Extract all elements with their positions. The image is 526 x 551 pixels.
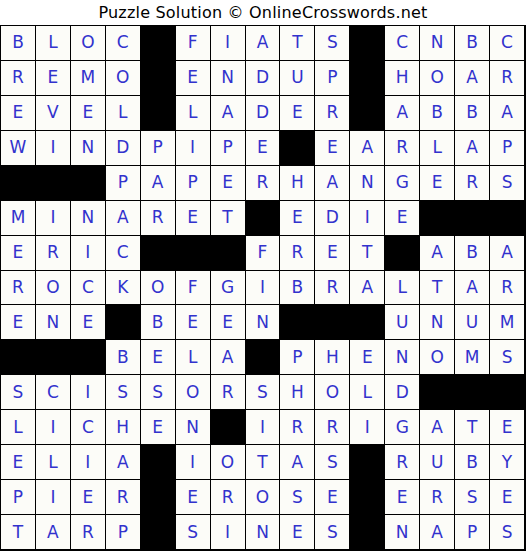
letter-cell: R [211, 480, 246, 515]
letter-cell: T [420, 271, 455, 306]
letter-cell: E [71, 480, 106, 515]
letter-cell: I [36, 410, 71, 445]
letter-cell: G [385, 410, 420, 445]
letter-cell: E [211, 305, 246, 340]
letter-cell: O [420, 340, 455, 375]
letter-cell: E [71, 96, 106, 131]
letter-cell: C [106, 26, 141, 61]
letter-cell: L [1, 410, 36, 445]
letter-cell: S [490, 166, 525, 201]
letter-cell: U [385, 305, 420, 340]
letter-cell: A [455, 271, 490, 306]
black-cell [246, 340, 281, 375]
letter-cell: E [1, 96, 36, 131]
black-cell [1, 340, 36, 375]
letter-cell: A [455, 131, 490, 166]
black-cell [455, 375, 490, 410]
letter-cell: E [1, 236, 36, 271]
letter-cell: E [490, 410, 525, 445]
letter-cell: L [385, 271, 420, 306]
letter-cell: O [71, 26, 106, 61]
letter-cell: B [455, 96, 490, 131]
letter-cell: N [350, 166, 385, 201]
letter-cell: S [176, 515, 211, 550]
black-cell [350, 445, 385, 480]
letter-cell: R [385, 131, 420, 166]
letter-cell: A [211, 340, 246, 375]
letter-cell: R [315, 410, 350, 445]
letter-cell: A [36, 515, 71, 550]
letter-cell: N [176, 410, 211, 445]
letter-cell: O [36, 271, 71, 306]
letter-cell: S [1, 375, 36, 410]
letter-cell: R [71, 515, 106, 550]
black-cell [141, 515, 176, 550]
letter-cell: S [315, 515, 350, 550]
letter-cell: O [106, 61, 141, 96]
black-cell [36, 340, 71, 375]
letter-cell: A [490, 236, 525, 271]
letter-cell: P [141, 131, 176, 166]
letter-cell: R [106, 480, 141, 515]
black-cell [36, 166, 71, 201]
letter-cell: A [280, 445, 315, 480]
letter-cell: C [106, 236, 141, 271]
letter-cell: C [385, 26, 420, 61]
letter-cell: N [420, 305, 455, 340]
letter-cell: O [315, 375, 350, 410]
black-cell [280, 131, 315, 166]
letter-cell: O [420, 61, 455, 96]
letter-cell: B [106, 340, 141, 375]
letter-cell: A [385, 96, 420, 131]
letter-cell: A [420, 410, 455, 445]
letter-cell: T [455, 410, 490, 445]
letter-cell: C [490, 26, 525, 61]
letter-cell: N [71, 201, 106, 236]
black-cell [246, 201, 281, 236]
black-cell [490, 375, 525, 410]
letter-cell: G [385, 166, 420, 201]
letter-cell: H [280, 375, 315, 410]
letter-cell: S [280, 480, 315, 515]
letter-cell: B [280, 271, 315, 306]
letter-cell: R [280, 236, 315, 271]
black-cell [71, 340, 106, 375]
letter-cell: I [246, 271, 281, 306]
letter-cell: E [246, 131, 281, 166]
black-cell [455, 201, 490, 236]
black-cell [211, 410, 246, 445]
letter-cell: T [246, 445, 281, 480]
letter-cell: A [106, 445, 141, 480]
letter-cell: I [71, 375, 106, 410]
letter-cell: E [176, 201, 211, 236]
letter-cell: W [1, 131, 36, 166]
letter-cell: E [176, 61, 211, 96]
letter-cell: S [141, 375, 176, 410]
crossword-grid: BLOCFIATSCNBCREMOENDUPHOAREVELLADERABBAW… [0, 25, 526, 551]
letter-cell: A [141, 166, 176, 201]
letter-cell: D [246, 96, 281, 131]
letter-cell: I [350, 410, 385, 445]
letter-cell: S [455, 480, 490, 515]
letter-cell: I [246, 410, 281, 445]
letter-cell: P [455, 515, 490, 550]
letter-cell: T [1, 515, 36, 550]
puzzle-page: Puzzle Solution © OnlineCrosswords.net B… [0, 0, 526, 551]
letter-cell: B [1, 26, 36, 61]
letter-cell: C [71, 271, 106, 306]
letter-cell: K [106, 271, 141, 306]
letter-cell: C [36, 375, 71, 410]
letter-cell: R [315, 96, 350, 131]
letter-cell: U [455, 305, 490, 340]
black-cell [420, 375, 455, 410]
letter-cell: I [36, 480, 71, 515]
letter-cell: P [106, 166, 141, 201]
letter-cell: B [141, 305, 176, 340]
black-cell [141, 96, 176, 131]
letter-cell: F [246, 236, 281, 271]
letter-cell: A [246, 26, 281, 61]
letter-cell: E [1, 445, 36, 480]
letter-cell: S [246, 375, 281, 410]
letter-cell: E [176, 480, 211, 515]
letter-cell: S [315, 26, 350, 61]
black-cell [280, 305, 315, 340]
letter-cell: L [36, 445, 71, 480]
letter-cell: N [385, 340, 420, 375]
black-cell [141, 445, 176, 480]
letter-cell: O [176, 375, 211, 410]
letter-cell: I [176, 131, 211, 166]
letter-cell: E [141, 410, 176, 445]
letter-cell: A [455, 61, 490, 96]
letter-cell: S [106, 375, 141, 410]
letter-cell: Y [490, 445, 525, 480]
letter-cell: E [71, 305, 106, 340]
letter-cell: E [280, 201, 315, 236]
black-cell [350, 515, 385, 550]
black-cell [141, 236, 176, 271]
letter-cell: E [385, 201, 420, 236]
letter-cell: N [211, 61, 246, 96]
letter-cell: L [420, 131, 455, 166]
letter-cell: L [36, 26, 71, 61]
letter-cell: I [36, 201, 71, 236]
letter-cell: O [211, 445, 246, 480]
letter-cell: I [211, 26, 246, 61]
page-title: Puzzle Solution © OnlineCrosswords.net [0, 0, 526, 25]
letter-cell: R [211, 375, 246, 410]
letter-cell: U [420, 445, 455, 480]
letter-cell: E [36, 61, 71, 96]
letter-cell: R [385, 445, 420, 480]
black-cell [141, 480, 176, 515]
letter-cell: G [211, 271, 246, 306]
letter-cell: A [490, 96, 525, 131]
letter-cell: P [280, 340, 315, 375]
letter-cell: E [490, 480, 525, 515]
letter-cell: M [71, 61, 106, 96]
letter-cell: S [490, 340, 525, 375]
letter-cell: E [280, 96, 315, 131]
black-cell [350, 480, 385, 515]
letter-cell: A [350, 271, 385, 306]
letter-cell: D [246, 61, 281, 96]
letter-cell: B [455, 445, 490, 480]
letter-cell: S [490, 515, 525, 550]
black-cell [315, 305, 350, 340]
black-cell [1, 166, 36, 201]
letter-cell: M [1, 201, 36, 236]
letter-cell: H [385, 61, 420, 96]
letter-cell: I [36, 131, 71, 166]
letter-cell: L [106, 96, 141, 131]
black-cell [490, 201, 525, 236]
letter-cell: L [350, 375, 385, 410]
letter-cell: R [490, 271, 525, 306]
letter-cell: P [176, 166, 211, 201]
letter-cell: U [280, 61, 315, 96]
letter-cell: E [315, 131, 350, 166]
letter-cell: D [385, 375, 420, 410]
letter-cell: I [176, 445, 211, 480]
letter-cell: E [141, 340, 176, 375]
letter-cell: I [71, 445, 106, 480]
black-cell [350, 305, 385, 340]
letter-cell: R [36, 236, 71, 271]
letter-cell: E [420, 166, 455, 201]
black-cell [71, 166, 106, 201]
black-cell [141, 61, 176, 96]
letter-cell: V [36, 96, 71, 131]
letter-cell: H [280, 166, 315, 201]
letter-cell: R [455, 166, 490, 201]
letter-cell: C [71, 410, 106, 445]
letter-cell: P [1, 480, 36, 515]
letter-cell: E [176, 305, 211, 340]
letter-cell: O [141, 271, 176, 306]
black-cell [106, 305, 141, 340]
letter-cell: E [385, 480, 420, 515]
letter-cell: H [106, 410, 141, 445]
letter-cell: P [490, 131, 525, 166]
letter-cell: T [350, 236, 385, 271]
letter-cell: M [455, 340, 490, 375]
letter-cell: A [106, 201, 141, 236]
letter-cell: D [315, 201, 350, 236]
letter-cell: I [350, 201, 385, 236]
letter-cell: N [420, 26, 455, 61]
letter-cell: O [246, 480, 281, 515]
letter-cell: R [315, 271, 350, 306]
letter-cell: R [1, 271, 36, 306]
black-cell [350, 26, 385, 61]
letter-cell: P [315, 61, 350, 96]
black-cell [420, 201, 455, 236]
letter-cell: N [36, 305, 71, 340]
letter-cell: F [176, 271, 211, 306]
letter-cell: B [455, 26, 490, 61]
letter-cell: F [176, 26, 211, 61]
letter-cell: P [106, 515, 141, 550]
letter-cell: R [1, 61, 36, 96]
letter-cell: N [385, 515, 420, 550]
letter-cell: A [350, 131, 385, 166]
letter-cell: E [315, 480, 350, 515]
letter-cell: T [211, 201, 246, 236]
letter-cell: M [490, 305, 525, 340]
black-cell [350, 96, 385, 131]
letter-cell: N [246, 515, 281, 550]
letter-cell: H [315, 340, 350, 375]
letter-cell: R [246, 166, 281, 201]
letter-cell: L [176, 96, 211, 131]
letter-cell: E [315, 236, 350, 271]
letter-cell: T [280, 26, 315, 61]
letter-cell: R [280, 410, 315, 445]
black-cell [176, 236, 211, 271]
letter-cell: E [350, 340, 385, 375]
letter-cell: I [211, 515, 246, 550]
black-cell [385, 236, 420, 271]
letter-cell: E [1, 305, 36, 340]
letter-cell: A [211, 96, 246, 131]
black-cell [211, 236, 246, 271]
letter-cell: E [280, 515, 315, 550]
letter-cell: A [420, 515, 455, 550]
letter-cell: R [141, 201, 176, 236]
letter-cell: R [490, 61, 525, 96]
letter-cell: S [315, 445, 350, 480]
black-cell [141, 26, 176, 61]
letter-cell: R [420, 480, 455, 515]
letter-cell: A [315, 166, 350, 201]
letter-cell: N [246, 305, 281, 340]
letter-cell: N [71, 131, 106, 166]
letter-cell: P [211, 131, 246, 166]
letter-cell: L [176, 340, 211, 375]
black-cell [350, 61, 385, 96]
letter-cell: B [455, 236, 490, 271]
letter-cell: B [420, 96, 455, 131]
letter-cell: A [420, 236, 455, 271]
letter-cell: E [211, 166, 246, 201]
letter-cell: D [106, 131, 141, 166]
letter-cell: I [71, 236, 106, 271]
